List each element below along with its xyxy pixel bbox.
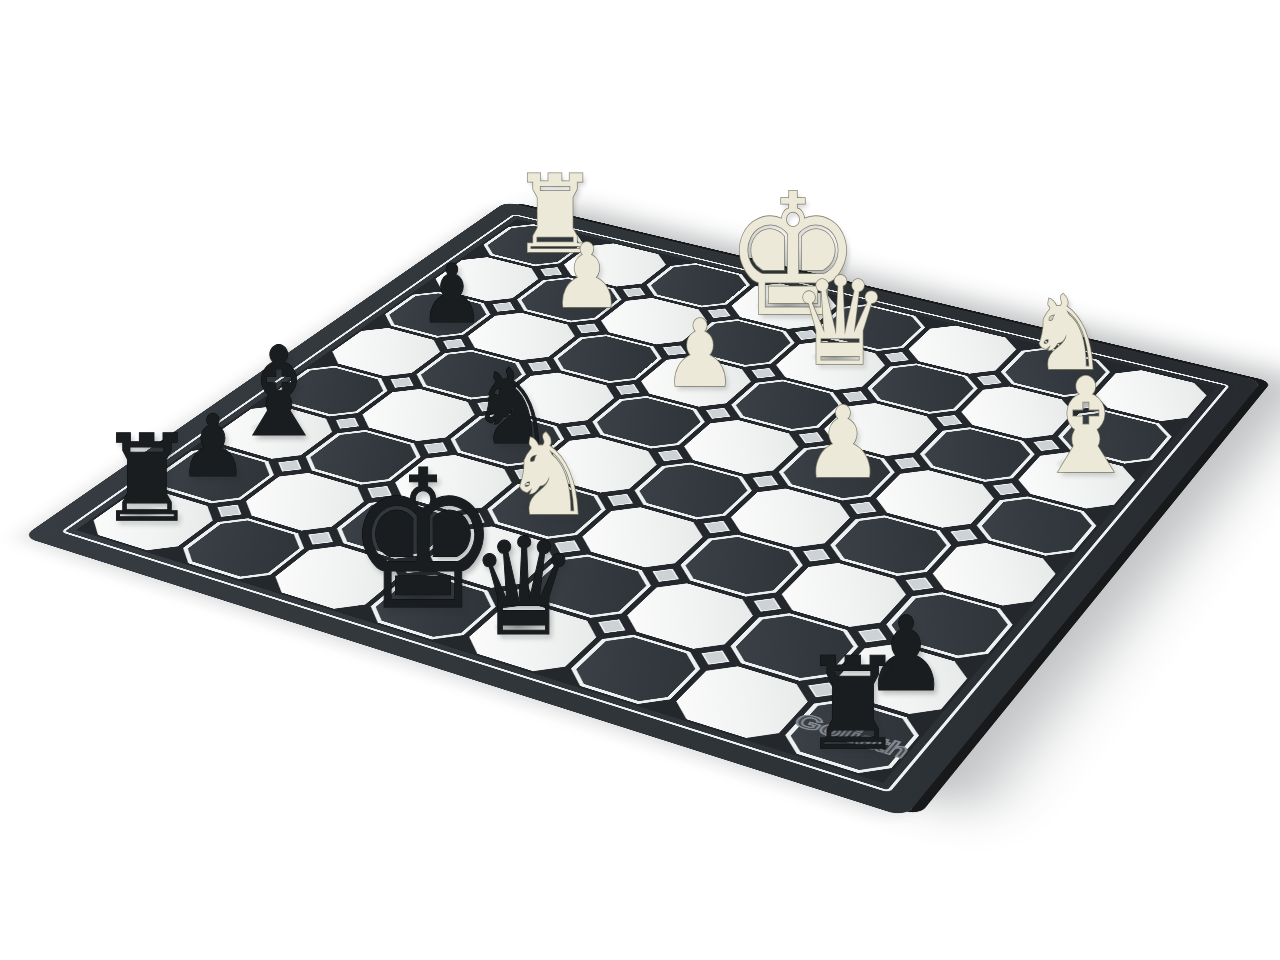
pieces-layer: ♜♟♚♛♟♞♟♝♞♟♝♟♜♞♚♛♟♜ <box>0 0 1280 960</box>
piece-black-rook-a1[interactable]: ♜ <box>802 641 904 768</box>
piece-black-queen-a4[interactable]: ♛ <box>470 520 579 655</box>
piece-white-pawn-g7[interactable]: ♟ <box>551 232 623 321</box>
piece-black-rook-a8[interactable]: ♜ <box>99 419 196 539</box>
product-photo-stage: Goliath ♜♟♚♛♟♞♟♝♞♟♝♟♜♞♚♛♟♜ <box>0 0 1280 960</box>
piece-white-pawn-f5[interactable]: ♟ <box>662 308 737 401</box>
piece-white-queen-g4[interactable]: ♛ <box>791 261 889 383</box>
piece-white-pawn-e3[interactable]: ♟ <box>803 393 883 492</box>
piece-white-bishop-g1[interactable]: ♝ <box>1033 360 1140 492</box>
piece-black-pawn-f8[interactable]: ♟ <box>419 254 484 335</box>
